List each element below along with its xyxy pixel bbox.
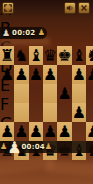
square-g2[interactable]: ♟	[86, 122, 93, 141]
square-f2[interactable]	[72, 122, 86, 141]
board: ♜♞♝♛♚♝♞♜♟♟♟♟♟♟♟♟♟♟♟♟♟♟♟♟♜♞♝♛♚♝♞♜	[0, 46, 93, 137]
piece-black-n: ♞	[86, 46, 93, 65]
square-f8[interactable]: ♝	[72, 46, 86, 65]
piece-white-p: ♟	[43, 122, 57, 141]
sound-button[interactable]	[64, 2, 76, 14]
wood-grain-streak	[46, 160, 93, 176]
white-player-bar: ♟ ♟ 00:04 ♟	[0, 141, 93, 153]
square-b3[interactable]	[14, 103, 28, 122]
close-icon	[80, 4, 88, 12]
square-d2[interactable]: ♟	[43, 122, 57, 141]
close-button[interactable]	[78, 2, 90, 14]
piece-black-p: ♟	[86, 65, 93, 84]
gold-pawn-icon: ♟	[0, 143, 7, 151]
square-g7[interactable]: ♟	[86, 65, 93, 84]
square-f7[interactable]: ♟	[72, 65, 86, 84]
fullscreen-button[interactable]	[2, 2, 14, 14]
square-c5[interactable]	[29, 84, 43, 103]
black-timer: 00:02	[12, 29, 35, 37]
piece-black-p: ♟	[57, 84, 71, 103]
black-player-piece-icon: ♟	[2, 29, 10, 38]
square-a7[interactable]: ♟	[0, 65, 14, 84]
piece-white-p: ♟	[72, 103, 86, 122]
square-e2[interactable]: ♟	[57, 122, 71, 141]
piece-black-b: ♝	[29, 46, 43, 65]
square-a5[interactable]	[0, 84, 14, 103]
square-b7[interactable]: ♟	[14, 65, 28, 84]
square-e8[interactable]: ♚	[57, 46, 71, 65]
piece-black-r: ♜	[0, 46, 14, 65]
piece-black-p: ♟	[0, 65, 14, 84]
square-f3[interactable]: ♟	[72, 103, 86, 122]
square-e7[interactable]	[57, 65, 71, 84]
piece-black-p: ♟	[29, 65, 43, 84]
square-c3[interactable]	[29, 103, 43, 122]
square-a8[interactable]: ♜	[0, 46, 14, 65]
piece-black-n: ♞	[14, 46, 28, 65]
white-timer: 00:04	[22, 143, 45, 151]
piece-white-p: ♟	[86, 122, 93, 141]
square-d7[interactable]: ♟	[43, 65, 57, 84]
white-player-badge: ♟	[7, 138, 21, 157]
square-d3[interactable]	[43, 103, 57, 122]
piece-white-p: ♟	[57, 122, 71, 141]
black-player-bar: ♟ 00:02 ♟	[0, 27, 47, 39]
square-d8[interactable]: ♛	[43, 46, 57, 65]
square-e5[interactable]: ♟	[57, 84, 71, 103]
square-g5[interactable]	[86, 84, 93, 103]
piece-white-p: ♟	[29, 122, 43, 141]
speaker-icon	[66, 4, 74, 12]
piece-black-b: ♝	[72, 46, 86, 65]
badge-pawn-icon: ♟	[7, 138, 21, 157]
square-g8[interactable]: ♞	[86, 46, 93, 65]
square-c8[interactable]: ♝	[29, 46, 43, 65]
piece-black-k: ♚	[57, 46, 71, 65]
piece-black-p: ♟	[14, 65, 28, 84]
gold-pawn-icon: ♟	[38, 29, 45, 37]
square-d5[interactable]	[43, 84, 57, 103]
square-c7[interactable]: ♟	[29, 65, 43, 84]
piece-black-q: ♛	[43, 46, 57, 65]
square-e3[interactable]	[57, 103, 71, 122]
fullscreen-icon	[4, 4, 12, 12]
square-f5[interactable]	[72, 84, 86, 103]
edge-gold-pawn-icon: ♟	[45, 143, 52, 151]
chess-app-screen: ♟ 00:02 ♟ ♜♞♝♛♚♝♞♜♟♟♟♟♟♟♟♟♟♟♟♟♟♟♟♟♜♞♝♛♚♝…	[0, 0, 93, 184]
square-b8[interactable]: ♞	[14, 46, 28, 65]
square-c2[interactable]: ♟	[29, 122, 43, 141]
square-g3[interactable]	[86, 103, 93, 122]
square-b5[interactable]	[14, 84, 28, 103]
square-a3[interactable]	[0, 103, 14, 122]
piece-black-p: ♟	[43, 65, 57, 84]
piece-black-p: ♟	[72, 65, 86, 84]
